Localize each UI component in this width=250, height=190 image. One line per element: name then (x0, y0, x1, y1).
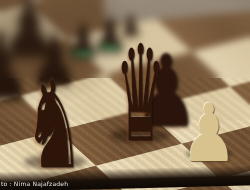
background-blur-overlay (0, 0, 250, 78)
chess-photo: ♟ ♟ ♟ ♟ ♟ ♟ ♟ ♞ ♛ ♟ to : Nima Najafzadeh (0, 0, 250, 190)
felt-base (189, 150, 229, 161)
felt-base (150, 117, 184, 124)
piece-shadow (110, 128, 170, 143)
midground-blur-overlay (0, 78, 250, 120)
piece-shadow (24, 155, 86, 169)
photographer-watermark: to : Nima Najafzadeh (1, 180, 68, 187)
